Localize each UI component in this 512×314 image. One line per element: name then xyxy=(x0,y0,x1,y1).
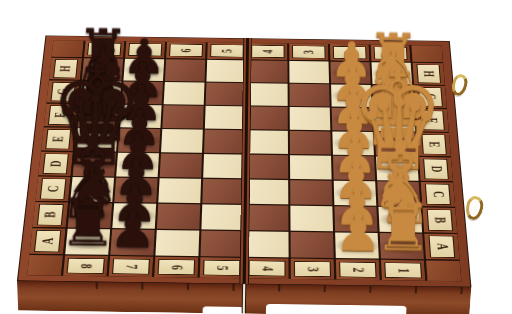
square-a7[interactable]: ♟ xyxy=(110,229,154,255)
rank-label-8: 8 xyxy=(77,263,95,268)
frame-cell: 7 xyxy=(109,256,154,277)
rank-label-1: 1 xyxy=(382,51,398,55)
square-g4[interactable] xyxy=(248,83,288,106)
square-c5[interactable] xyxy=(202,179,244,204)
rank-label-2: 2 xyxy=(342,50,358,54)
square-h6[interactable] xyxy=(165,59,205,81)
rank-label-7: 7 xyxy=(122,264,140,269)
frame-cell: 6 xyxy=(166,42,206,59)
frame-cell: 1 xyxy=(381,260,425,281)
square-f4[interactable] xyxy=(247,106,288,129)
frame-cell: 4 xyxy=(248,43,287,60)
chess-board: 87654321H♜♟♟♜HG♞♟♟♞GF♝♟♟♝FE♚♟♟♚ED♛♟♟♛DC♝… xyxy=(17,35,472,287)
rank-label-4: 4 xyxy=(260,49,276,53)
coordinate-plaque: 1 xyxy=(384,262,422,278)
square-h5[interactable] xyxy=(206,60,246,82)
rank-label-1: 1 xyxy=(394,268,412,273)
square-e5[interactable] xyxy=(204,130,245,154)
piece-white-pawn[interactable]: ♟ xyxy=(334,210,382,255)
file-label-H: H xyxy=(57,66,74,72)
piece-black-rook[interactable]: ♜ xyxy=(58,196,117,252)
rank-label-6: 6 xyxy=(178,48,194,52)
rank-label-7: 7 xyxy=(137,48,153,52)
rank-label-5: 5 xyxy=(213,265,231,270)
rank-label-6: 6 xyxy=(167,265,185,270)
coordinate-plaque: 3 xyxy=(294,261,331,277)
coordinate-plaque: 8 xyxy=(67,258,105,274)
square-e4[interactable] xyxy=(247,130,288,154)
square-e6[interactable] xyxy=(161,129,203,153)
frame-cell: 3 xyxy=(289,43,328,60)
square-c6[interactable] xyxy=(158,178,201,203)
file-label-A: A xyxy=(433,243,451,250)
coordinate-plaque: 5 xyxy=(203,260,240,276)
square-c4[interactable] xyxy=(246,180,288,205)
square-b5[interactable] xyxy=(201,204,244,229)
frame-corner xyxy=(426,260,461,281)
piece-stand: ♟ xyxy=(334,210,382,255)
frame-cell: 3 xyxy=(291,259,335,280)
box-foot-notch xyxy=(203,306,244,313)
square-b4[interactable] xyxy=(246,205,288,231)
square-f3[interactable] xyxy=(290,107,331,130)
square-c3[interactable] xyxy=(290,180,332,205)
rank-label-3: 3 xyxy=(303,267,321,272)
rank-label-2: 2 xyxy=(349,267,367,272)
square-g6[interactable] xyxy=(164,82,205,105)
frame-cell: 5 xyxy=(207,42,246,59)
square-d6[interactable] xyxy=(160,153,202,177)
square-f5[interactable] xyxy=(205,106,246,129)
coordinate-plaque: 6 xyxy=(169,44,203,57)
rank-label-8: 8 xyxy=(96,47,112,51)
square-a6[interactable] xyxy=(155,230,199,256)
square-g3[interactable] xyxy=(290,84,330,107)
square-a1[interactable]: ♜ xyxy=(380,233,424,259)
square-d5[interactable] xyxy=(203,154,245,178)
frame-cell: 8 xyxy=(63,255,108,276)
perspective-wrapper: 87654321H♜♟♟♜HG♞♟♟♞GF♝♟♟♝FE♚♟♟♚ED♛♟♟♛DC♝… xyxy=(0,0,512,314)
square-b6[interactable] xyxy=(157,204,200,229)
coordinate-plaque: 4 xyxy=(249,261,286,277)
square-a2[interactable]: ♟ xyxy=(335,232,379,258)
square-b3[interactable] xyxy=(290,206,333,232)
rank-label-3: 3 xyxy=(301,50,317,54)
piece-stand: ♟ xyxy=(109,207,157,252)
piece-white-rook[interactable]: ♜ xyxy=(373,200,432,256)
square-f6[interactable] xyxy=(162,105,203,128)
piece-stand: ♜ xyxy=(58,196,117,252)
chess-set-photo: 87654321H♜♟♟♜HG♞♟♟♞GF♝♟♟♝FE♚♟♟♚ED♛♟♟♛DC♝… xyxy=(0,0,512,314)
coordinate-plaque: A xyxy=(429,236,456,258)
rank-label-5: 5 xyxy=(219,49,235,53)
box-foot-notch xyxy=(266,304,406,314)
file-label-A: A xyxy=(38,238,56,245)
coordinate-plaque: 4 xyxy=(251,45,284,58)
piece-stand: ♜ xyxy=(373,200,432,256)
square-e3[interactable] xyxy=(290,131,331,155)
square-h4[interactable] xyxy=(248,60,288,82)
square-d3[interactable] xyxy=(290,155,332,179)
box-near-side xyxy=(17,280,471,314)
coordinate-plaque: A xyxy=(34,230,61,252)
coordinate-plaque: 7 xyxy=(112,259,150,275)
frame-cell: 2 xyxy=(336,259,380,280)
square-a4[interactable] xyxy=(246,231,289,257)
coordinate-plaque: 2 xyxy=(339,262,376,278)
rank-label-4: 4 xyxy=(258,266,276,271)
piece-black-pawn[interactable]: ♟ xyxy=(109,207,157,252)
file-label-H: H xyxy=(420,71,437,77)
square-d4[interactable] xyxy=(247,155,288,179)
frame-corner xyxy=(27,255,63,276)
coordinate-plaque: 6 xyxy=(158,259,196,275)
square-a5[interactable] xyxy=(201,231,244,257)
square-g5[interactable] xyxy=(206,83,246,106)
square-h3[interactable] xyxy=(289,61,329,83)
square-a3[interactable] xyxy=(291,232,334,258)
coordinate-plaque: 5 xyxy=(210,44,244,57)
coordinate-plaque: 3 xyxy=(292,46,325,59)
frame-cell: 5 xyxy=(200,257,244,278)
box-side-seam xyxy=(242,283,247,313)
frame-cell: 6 xyxy=(154,257,198,278)
frame-cell: 4 xyxy=(245,258,288,279)
square-a8[interactable]: ♜ xyxy=(65,229,110,255)
